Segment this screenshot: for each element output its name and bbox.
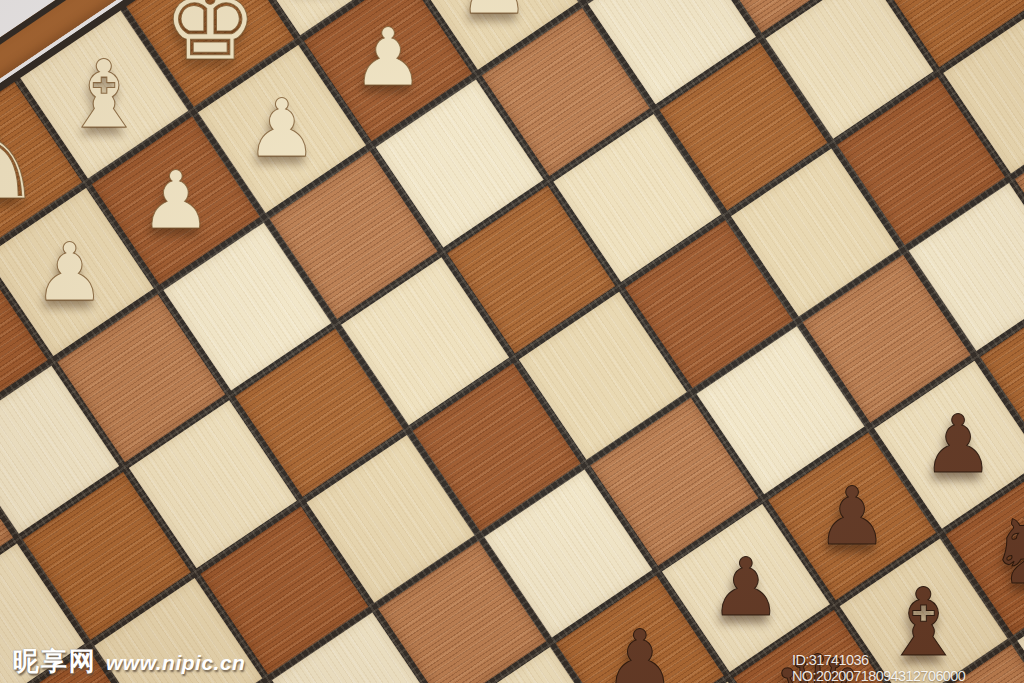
white-pawn[interactable]: ♟ xyxy=(9,212,130,333)
watermark-site-url: www.nipic.cn xyxy=(106,651,245,675)
white-pawn[interactable]: ♟ xyxy=(221,68,342,189)
black-knight[interactable]: ♞ xyxy=(969,490,1024,611)
black-pawn[interactable]: ♟ xyxy=(792,456,913,577)
white-pawn[interactable]: ♟ xyxy=(328,0,449,118)
watermark-image-id: ID:31741036 NO:20200718094312706000 xyxy=(792,652,1024,683)
chess-board: ♜♞♝♚♛♝♞♜♟♟♟♟♟♟♟♟♟♟♟♟♟♟♟♟♜♞♝♚♛♝♞♜ xyxy=(0,0,1024,683)
black-pawn[interactable]: ♟ xyxy=(898,384,1019,505)
black-pawn[interactable]: ♟ xyxy=(685,527,806,648)
white-pawn[interactable]: ♟ xyxy=(115,140,236,261)
black-pawn[interactable]: ♟ xyxy=(579,599,700,683)
black-pawn[interactable]: ♟ xyxy=(1004,313,1024,434)
watermark-site: 昵享网 www.nipic.cn xyxy=(13,644,245,679)
white-bishop[interactable]: ♝ xyxy=(44,34,165,155)
watermark-site-name: 昵享网 xyxy=(13,644,97,679)
photo-stage: ♜♞♝♚♛♝♞♜♟♟♟♟♟♟♟♟♟♟♟♟♟♟♟♟♜♞♝♚♛♝♞♜ 昵享网 www… xyxy=(0,0,1024,683)
